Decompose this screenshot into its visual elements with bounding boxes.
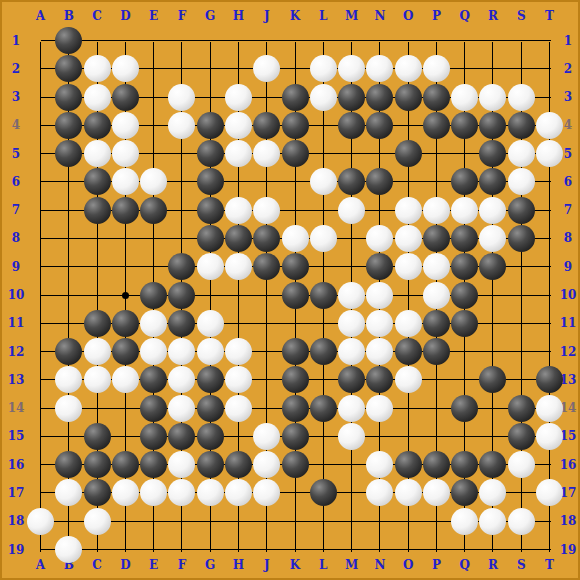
stone-white-P10 (423, 282, 450, 309)
stone-white-P9 (423, 253, 450, 280)
row-label-left-1: 1 (12, 35, 20, 47)
stone-black-G4 (197, 112, 224, 139)
stone-white-F16 (168, 451, 195, 478)
stone-black-R13 (479, 366, 506, 393)
col-label-bottom-P: P (432, 559, 441, 571)
stone-white-D17 (112, 479, 139, 506)
stone-black-B4 (55, 112, 82, 139)
col-label-top-R: R (488, 10, 498, 22)
stone-black-J9 (253, 253, 280, 280)
stone-white-R18 (479, 508, 506, 535)
stone-white-H14 (225, 395, 252, 422)
stone-white-A18 (27, 508, 54, 535)
stone-white-S3 (508, 84, 535, 111)
col-label-top-F: F (178, 10, 187, 22)
row-label-left-13: 13 (8, 374, 25, 386)
stone-white-N2 (366, 55, 393, 82)
stone-black-Q6 (451, 168, 478, 195)
stone-black-K15 (282, 423, 309, 450)
stone-white-G11 (197, 310, 224, 337)
row-label-right-1: 1 (564, 35, 572, 47)
stone-white-Q7 (451, 197, 478, 224)
stone-white-H7 (225, 197, 252, 224)
stone-black-N13 (366, 366, 393, 393)
stone-black-B2 (55, 55, 82, 82)
row-label-left-9: 9 (12, 261, 20, 273)
stone-black-E16 (140, 451, 167, 478)
stone-black-C15 (84, 423, 111, 450)
stone-black-P3 (423, 84, 450, 111)
stone-white-L6 (310, 168, 337, 195)
stone-white-H3 (225, 84, 252, 111)
col-label-bottom-L: L (319, 559, 327, 571)
stone-black-D16 (112, 451, 139, 478)
col-label-bottom-H: H (233, 559, 244, 571)
stone-white-J16 (253, 451, 280, 478)
col-label-top-E: E (149, 10, 158, 22)
stone-white-B17 (55, 479, 82, 506)
col-label-top-G: G (205, 10, 215, 22)
stone-white-L2 (310, 55, 337, 82)
col-label-bottom-K: K (290, 559, 300, 571)
stone-black-L14 (310, 395, 337, 422)
col-label-top-Q: Q (459, 10, 469, 22)
row-label-right-9: 9 (564, 261, 572, 273)
stone-white-M15 (338, 423, 365, 450)
stone-black-D7 (112, 197, 139, 224)
stone-white-R17 (479, 479, 506, 506)
stone-black-Q14 (451, 395, 478, 422)
stone-black-G7 (197, 197, 224, 224)
col-label-bottom-G: G (205, 559, 215, 571)
col-label-bottom-E: E (149, 559, 158, 571)
row-label-left-7: 7 (12, 204, 20, 216)
stone-black-Q8 (451, 225, 478, 252)
col-label-top-A: A (36, 10, 45, 22)
row-label-right-5: 5 (564, 148, 572, 160)
stone-black-B16 (55, 451, 82, 478)
stone-black-K12 (282, 338, 309, 365)
stone-black-K13 (282, 366, 309, 393)
stone-black-K14 (282, 395, 309, 422)
stone-white-S18 (508, 508, 535, 535)
stone-black-R6 (479, 168, 506, 195)
stone-white-O11 (395, 310, 422, 337)
stone-white-N16 (366, 451, 393, 478)
col-label-top-B: B (64, 10, 74, 22)
stone-black-O16 (395, 451, 422, 478)
stone-white-C3 (84, 84, 111, 111)
stone-white-H13 (225, 366, 252, 393)
col-label-top-P: P (432, 10, 441, 22)
stone-white-T15 (536, 423, 563, 450)
col-label-bottom-F: F (178, 559, 187, 571)
stone-white-P7 (423, 197, 450, 224)
row-label-left-18: 18 (8, 515, 25, 527)
stone-black-L12 (310, 338, 337, 365)
stone-black-G6 (197, 168, 224, 195)
stone-white-D6 (112, 168, 139, 195)
star-point-D10 (122, 292, 129, 299)
stone-white-H4 (225, 112, 252, 139)
row-label-right-12: 12 (560, 346, 577, 358)
stone-black-P4 (423, 112, 450, 139)
stone-black-N4 (366, 112, 393, 139)
stone-white-F13 (168, 366, 195, 393)
stone-black-O3 (395, 84, 422, 111)
row-label-left-2: 2 (12, 63, 20, 75)
stone-black-G15 (197, 423, 224, 450)
stone-black-O12 (395, 338, 422, 365)
stone-black-S8 (508, 225, 535, 252)
stone-white-R7 (479, 197, 506, 224)
stone-black-Q10 (451, 282, 478, 309)
stone-black-K4 (282, 112, 309, 139)
stone-white-C5 (84, 140, 111, 167)
stone-white-L3 (310, 84, 337, 111)
stone-white-E6 (140, 168, 167, 195)
stone-black-C11 (84, 310, 111, 337)
stone-black-B12 (55, 338, 82, 365)
row-label-left-10: 10 (8, 289, 25, 301)
row-label-right-4: 4 (564, 119, 572, 131)
row-label-left-17: 17 (8, 487, 25, 499)
stone-white-B13 (55, 366, 82, 393)
row-label-right-11: 11 (560, 317, 577, 329)
col-label-bottom-A: A (36, 559, 45, 571)
stone-white-Q3 (451, 84, 478, 111)
stone-black-T13 (536, 366, 563, 393)
stone-white-T4 (536, 112, 563, 139)
col-label-bottom-S: S (517, 559, 526, 571)
stone-white-B19 (55, 536, 82, 563)
col-label-top-K: K (290, 10, 300, 22)
stone-black-G16 (197, 451, 224, 478)
stone-white-L8 (310, 225, 337, 252)
stone-white-M2 (338, 55, 365, 82)
stone-white-O8 (395, 225, 422, 252)
stone-white-F14 (168, 395, 195, 422)
stone-white-B14 (55, 395, 82, 422)
stone-black-M13 (338, 366, 365, 393)
stone-black-B1 (55, 27, 82, 54)
stone-black-M6 (338, 168, 365, 195)
stone-white-E11 (140, 310, 167, 337)
stone-black-B3 (55, 84, 82, 111)
stone-white-T14 (536, 395, 563, 422)
stone-white-O13 (395, 366, 422, 393)
stone-white-F4 (168, 112, 195, 139)
stone-black-S4 (508, 112, 535, 139)
stone-black-M4 (338, 112, 365, 139)
stone-black-O5 (395, 140, 422, 167)
stone-white-J7 (253, 197, 280, 224)
stone-black-L10 (310, 282, 337, 309)
stone-black-K5 (282, 140, 309, 167)
col-label-bottom-Q: Q (459, 559, 469, 571)
stone-black-F11 (168, 310, 195, 337)
stone-black-R5 (479, 140, 506, 167)
stone-white-K8 (282, 225, 309, 252)
stone-white-M11 (338, 310, 365, 337)
col-label-top-S: S (517, 10, 526, 22)
row-label-right-3: 3 (564, 91, 572, 103)
stone-black-P8 (423, 225, 450, 252)
stone-white-S6 (508, 168, 535, 195)
stone-black-E7 (140, 197, 167, 224)
stone-white-E12 (140, 338, 167, 365)
grid-line-horizontal (41, 549, 551, 550)
stone-black-Q9 (451, 253, 478, 280)
goban[interactable]: AABBCCDDEEFFGGHHJJKKLLMMNNOOPPQQRRSSTT11… (0, 0, 580, 580)
row-label-left-16: 16 (8, 459, 25, 471)
stone-white-J15 (253, 423, 280, 450)
grid-line-vertical (40, 42, 41, 552)
stone-white-N12 (366, 338, 393, 365)
stone-black-P16 (423, 451, 450, 478)
row-label-left-8: 8 (12, 232, 20, 244)
col-label-bottom-M: M (345, 559, 358, 571)
row-label-left-3: 3 (12, 91, 20, 103)
stone-black-G14 (197, 395, 224, 422)
stone-black-N3 (366, 84, 393, 111)
stone-white-J17 (253, 479, 280, 506)
stone-black-K16 (282, 451, 309, 478)
stone-black-M3 (338, 84, 365, 111)
stone-white-H17 (225, 479, 252, 506)
stone-black-R16 (479, 451, 506, 478)
row-label-right-18: 18 (560, 515, 577, 527)
stone-black-C17 (84, 479, 111, 506)
col-label-top-L: L (319, 10, 327, 22)
stone-white-N8 (366, 225, 393, 252)
stone-black-K9 (282, 253, 309, 280)
stone-black-N6 (366, 168, 393, 195)
stone-white-Q18 (451, 508, 478, 535)
col-label-top-D: D (120, 10, 130, 22)
stone-black-R4 (479, 112, 506, 139)
col-label-bottom-T: T (545, 559, 554, 571)
row-label-left-15: 15 (8, 430, 25, 442)
stone-white-T5 (536, 140, 563, 167)
stone-white-H12 (225, 338, 252, 365)
stone-white-S5 (508, 140, 535, 167)
stone-black-Q16 (451, 451, 478, 478)
stone-white-P17 (423, 479, 450, 506)
stone-black-G13 (197, 366, 224, 393)
stone-black-J8 (253, 225, 280, 252)
stone-white-N10 (366, 282, 393, 309)
stone-white-C13 (84, 366, 111, 393)
stone-white-O7 (395, 197, 422, 224)
stone-white-R3 (479, 84, 506, 111)
stone-white-M12 (338, 338, 365, 365)
stone-white-P2 (423, 55, 450, 82)
stone-black-L17 (310, 479, 337, 506)
stone-white-G17 (197, 479, 224, 506)
row-label-right-16: 16 (560, 459, 577, 471)
row-label-left-11: 11 (8, 317, 25, 329)
stone-white-F12 (168, 338, 195, 365)
stone-black-P12 (423, 338, 450, 365)
stone-white-T17 (536, 479, 563, 506)
stone-white-M7 (338, 197, 365, 224)
row-label-right-19: 19 (560, 544, 577, 556)
stone-white-H9 (225, 253, 252, 280)
stone-black-D3 (112, 84, 139, 111)
stone-white-M14 (338, 395, 365, 422)
col-label-top-M: M (345, 10, 358, 22)
stone-white-C2 (84, 55, 111, 82)
stone-white-D4 (112, 112, 139, 139)
stone-black-D12 (112, 338, 139, 365)
row-label-left-6: 6 (12, 176, 20, 188)
stone-black-E10 (140, 282, 167, 309)
stone-black-P11 (423, 310, 450, 337)
col-label-top-T: T (545, 10, 554, 22)
stone-black-D11 (112, 310, 139, 337)
stone-black-H8 (225, 225, 252, 252)
stone-black-Q11 (451, 310, 478, 337)
stone-white-F17 (168, 479, 195, 506)
stone-white-O2 (395, 55, 422, 82)
stone-white-E17 (140, 479, 167, 506)
stone-black-E14 (140, 395, 167, 422)
stone-white-S16 (508, 451, 535, 478)
col-label-top-H: H (233, 10, 244, 22)
row-label-right-7: 7 (564, 204, 572, 216)
stone-white-R8 (479, 225, 506, 252)
stone-white-D2 (112, 55, 139, 82)
stone-black-C7 (84, 197, 111, 224)
stone-black-K3 (282, 84, 309, 111)
stone-black-F9 (168, 253, 195, 280)
grid-line-horizontal (41, 40, 551, 41)
stone-white-N14 (366, 395, 393, 422)
stone-black-N9 (366, 253, 393, 280)
row-label-left-4: 4 (12, 119, 20, 131)
row-label-left-5: 5 (12, 148, 20, 160)
col-label-bottom-N: N (374, 559, 385, 571)
col-label-bottom-J: J (264, 559, 270, 571)
stone-white-F3 (168, 84, 195, 111)
stone-white-C18 (84, 508, 111, 535)
stone-white-N11 (366, 310, 393, 337)
stone-white-G9 (197, 253, 224, 280)
col-label-top-J: J (264, 10, 270, 22)
stone-white-D13 (112, 366, 139, 393)
stone-black-E13 (140, 366, 167, 393)
stone-black-C16 (84, 451, 111, 478)
row-label-right-6: 6 (564, 176, 572, 188)
row-label-right-2: 2 (564, 63, 572, 75)
stone-white-J5 (253, 140, 280, 167)
col-label-top-C: C (92, 10, 102, 22)
stone-white-H5 (225, 140, 252, 167)
stone-white-J2 (253, 55, 280, 82)
stone-black-Q4 (451, 112, 478, 139)
stone-white-O17 (395, 479, 422, 506)
stone-black-J4 (253, 112, 280, 139)
col-label-bottom-C: C (92, 559, 102, 571)
col-label-bottom-D: D (120, 559, 130, 571)
stone-black-S14 (508, 395, 535, 422)
stone-black-S15 (508, 423, 535, 450)
row-label-left-12: 12 (8, 346, 25, 358)
stone-black-C4 (84, 112, 111, 139)
stone-black-K10 (282, 282, 309, 309)
stone-white-O9 (395, 253, 422, 280)
stone-black-F15 (168, 423, 195, 450)
row-label-left-14: 14 (8, 402, 25, 414)
stone-black-Q17 (451, 479, 478, 506)
stone-black-G8 (197, 225, 224, 252)
stone-white-N17 (366, 479, 393, 506)
stone-black-G5 (197, 140, 224, 167)
col-label-top-O: O (403, 10, 413, 22)
col-label-bottom-R: R (488, 559, 498, 571)
row-label-left-19: 19 (8, 544, 25, 556)
col-label-bottom-O: O (403, 559, 413, 571)
stone-black-E15 (140, 423, 167, 450)
col-label-top-N: N (374, 10, 385, 22)
stone-white-G12 (197, 338, 224, 365)
stone-black-C6 (84, 168, 111, 195)
row-label-right-8: 8 (564, 232, 572, 244)
stone-black-H16 (225, 451, 252, 478)
stone-white-D5 (112, 140, 139, 167)
stone-black-F10 (168, 282, 195, 309)
stone-black-R9 (479, 253, 506, 280)
stone-white-M10 (338, 282, 365, 309)
stone-white-C12 (84, 338, 111, 365)
stone-black-B5 (55, 140, 82, 167)
stone-black-S7 (508, 197, 535, 224)
row-label-right-10: 10 (560, 289, 577, 301)
